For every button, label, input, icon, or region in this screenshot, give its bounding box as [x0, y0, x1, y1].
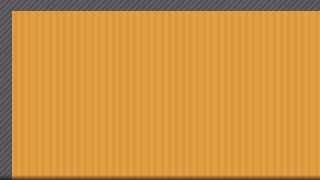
video-frame	[0, 0, 320, 180]
column-coordinates	[0, 0, 320, 11]
bottom-shade	[0, 175, 320, 180]
go-board	[0, 0, 320, 180]
row-coordinates	[0, 0, 12, 180]
